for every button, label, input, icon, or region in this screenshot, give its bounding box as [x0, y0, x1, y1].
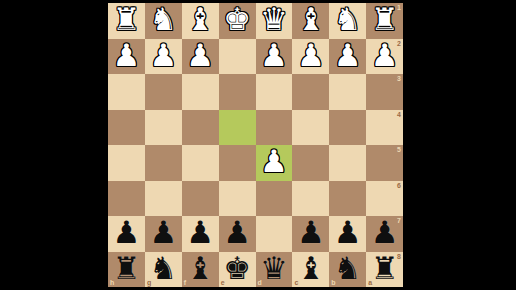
square-h1[interactable]: ♜ — [108, 3, 145, 39]
white-rook[interactable]: ♜ — [371, 4, 399, 35]
white-knight[interactable]: ♞ — [149, 4, 177, 35]
square-h2[interactable]: ♟ — [108, 39, 145, 75]
black-pawn[interactable]: ♟ — [371, 217, 399, 248]
file-label-d: d — [258, 279, 262, 286]
letterbox-background: ♜♞♝♚♛♝♞♜1♟♟♟♟♟♟♟234♟56♟♟♟♟♟♟♟7♜h♞g♝f♚e♛d… — [0, 0, 516, 290]
white-queen[interactable]: ♛ — [260, 4, 288, 35]
black-bishop[interactable]: ♝ — [297, 253, 325, 284]
rank-label-4: 4 — [397, 111, 401, 118]
square-d7[interactable] — [256, 216, 293, 252]
black-pawn[interactable]: ♟ — [113, 217, 141, 248]
square-g7[interactable]: ♟ — [145, 216, 182, 252]
rank-label-8: 8 — [397, 253, 401, 260]
square-h8[interactable]: ♜h — [108, 252, 145, 288]
square-f1[interactable]: ♝ — [182, 3, 219, 39]
black-bishop[interactable]: ♝ — [186, 253, 214, 284]
square-b3[interactable] — [329, 74, 366, 110]
square-g5[interactable] — [145, 145, 182, 181]
black-queen[interactable]: ♛ — [260, 253, 288, 284]
square-f6[interactable] — [182, 181, 219, 217]
square-h4[interactable] — [108, 110, 145, 146]
black-pawn[interactable]: ♟ — [149, 217, 177, 248]
square-g8[interactable]: ♞g — [145, 252, 182, 288]
square-d3[interactable] — [256, 74, 293, 110]
white-pawn[interactable]: ♟ — [260, 40, 288, 71]
square-a4[interactable]: 4 — [366, 110, 403, 146]
black-knight[interactable]: ♞ — [149, 253, 177, 284]
square-b8[interactable]: ♞b — [329, 252, 366, 288]
square-d4[interactable] — [256, 110, 293, 146]
square-g3[interactable] — [145, 74, 182, 110]
white-knight[interactable]: ♞ — [334, 4, 362, 35]
square-f4[interactable] — [182, 110, 219, 146]
white-bishop[interactable]: ♝ — [186, 4, 214, 35]
square-d5[interactable]: ♟ — [256, 145, 293, 181]
square-f3[interactable] — [182, 74, 219, 110]
black-pawn[interactable]: ♟ — [223, 217, 251, 248]
white-pawn[interactable]: ♟ — [371, 40, 399, 71]
square-e2[interactable] — [219, 39, 256, 75]
square-c7[interactable]: ♟ — [292, 216, 329, 252]
square-a8[interactable]: ♜8a — [366, 252, 403, 288]
white-pawn[interactable]: ♟ — [334, 40, 362, 71]
white-pawn[interactable]: ♟ — [186, 40, 214, 71]
square-c4[interactable] — [292, 110, 329, 146]
square-c8[interactable]: ♝c — [292, 252, 329, 288]
square-d2[interactable]: ♟ — [256, 39, 293, 75]
square-f5[interactable] — [182, 145, 219, 181]
file-label-b: b — [331, 279, 335, 286]
square-b5[interactable] — [329, 145, 366, 181]
square-a3[interactable]: 3 — [366, 74, 403, 110]
file-label-a: a — [368, 279, 372, 286]
white-rook[interactable]: ♜ — [113, 4, 141, 35]
black-pawn[interactable]: ♟ — [186, 217, 214, 248]
square-e6[interactable] — [219, 181, 256, 217]
square-g2[interactable]: ♟ — [145, 39, 182, 75]
rank-label-1: 1 — [397, 4, 401, 11]
square-g4[interactable] — [145, 110, 182, 146]
square-d6[interactable] — [256, 181, 293, 217]
square-h5[interactable] — [108, 145, 145, 181]
black-pawn[interactable]: ♟ — [334, 217, 362, 248]
square-e8[interactable]: ♚e — [219, 252, 256, 288]
square-b1[interactable]: ♞ — [329, 3, 366, 39]
square-d8[interactable]: ♛d — [256, 252, 293, 288]
square-b6[interactable] — [329, 181, 366, 217]
square-a5[interactable]: 5 — [366, 145, 403, 181]
white-pawn[interactable]: ♟ — [297, 40, 325, 71]
file-label-f: f — [184, 279, 186, 286]
white-king[interactable]: ♚ — [223, 4, 251, 35]
square-c2[interactable]: ♟ — [292, 39, 329, 75]
square-b4[interactable] — [329, 110, 366, 146]
file-label-g: g — [147, 279, 151, 286]
square-e3[interactable] — [219, 74, 256, 110]
square-f2[interactable]: ♟ — [182, 39, 219, 75]
black-rook[interactable]: ♜ — [371, 253, 399, 284]
square-f8[interactable]: ♝f — [182, 252, 219, 288]
square-e1[interactable]: ♚ — [219, 3, 256, 39]
rank-label-3: 3 — [397, 75, 401, 82]
chess-board: ♜♞♝♚♛♝♞♜1♟♟♟♟♟♟♟234♟56♟♟♟♟♟♟♟7♜h♞g♝f♚e♛d… — [108, 3, 403, 287]
square-b7[interactable]: ♟ — [329, 216, 366, 252]
square-a7[interactable]: ♟7 — [366, 216, 403, 252]
black-rook[interactable]: ♜ — [113, 253, 141, 284]
black-pawn[interactable]: ♟ — [297, 217, 325, 248]
rank-label-5: 5 — [397, 146, 401, 153]
square-f7[interactable]: ♟ — [182, 216, 219, 252]
square-h6[interactable] — [108, 181, 145, 217]
rank-label-2: 2 — [397, 40, 401, 47]
white-pawn[interactable]: ♟ — [260, 146, 288, 177]
white-pawn[interactable]: ♟ — [113, 40, 141, 71]
square-c1[interactable]: ♝ — [292, 3, 329, 39]
square-h7[interactable]: ♟ — [108, 216, 145, 252]
square-g6[interactable] — [145, 181, 182, 217]
white-pawn[interactable]: ♟ — [149, 40, 177, 71]
white-bishop[interactable]: ♝ — [297, 4, 325, 35]
square-a2[interactable]: ♟2 — [366, 39, 403, 75]
file-label-c: c — [294, 279, 298, 286]
file-label-h: h — [110, 279, 114, 286]
square-a1[interactable]: ♜1 — [366, 3, 403, 39]
square-e7[interactable]: ♟ — [219, 216, 256, 252]
square-e5[interactable] — [219, 145, 256, 181]
rank-label-6: 6 — [397, 182, 401, 189]
square-c3[interactable] — [292, 74, 329, 110]
rank-label-7: 7 — [397, 217, 401, 224]
square-d1[interactable]: ♛ — [256, 3, 293, 39]
square-g1[interactable]: ♞ — [145, 3, 182, 39]
square-h3[interactable] — [108, 74, 145, 110]
square-c5[interactable] — [292, 145, 329, 181]
black-king[interactable]: ♚ — [223, 253, 251, 284]
black-knight[interactable]: ♞ — [334, 253, 362, 284]
square-c6[interactable] — [292, 181, 329, 217]
square-b2[interactable]: ♟ — [329, 39, 366, 75]
square-e4[interactable] — [219, 110, 256, 146]
file-label-e: e — [221, 279, 225, 286]
square-a6[interactable]: 6 — [366, 181, 403, 217]
